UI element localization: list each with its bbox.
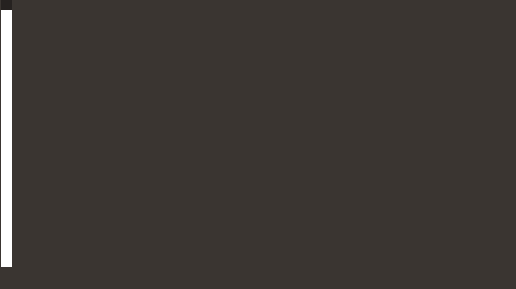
evaluation-bar-white-fill xyxy=(1,10,12,267)
evaluation-bar xyxy=(1,0,12,267)
chess-board xyxy=(31,0,503,267)
chess-app-frame xyxy=(0,0,516,289)
